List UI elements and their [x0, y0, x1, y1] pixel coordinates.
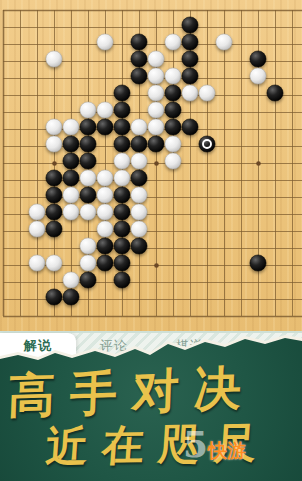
black-stone — [97, 255, 113, 271]
black-stone — [165, 102, 181, 118]
white-stone — [29, 221, 45, 237]
white-stone — [131, 119, 147, 135]
white-stone — [250, 68, 266, 84]
black-stone — [46, 221, 62, 237]
white-stone — [131, 153, 147, 169]
black-stone — [131, 51, 147, 67]
black-stone — [114, 119, 130, 135]
white-stone — [165, 153, 181, 169]
white-stone — [182, 85, 198, 101]
white-stone — [165, 34, 181, 50]
white-stone — [29, 204, 45, 220]
go-board-svg — [0, 0, 302, 331]
black-stone — [114, 272, 130, 288]
black-stone — [131, 136, 147, 152]
black-stone — [131, 68, 147, 84]
white-stone — [131, 221, 147, 237]
white-stone — [148, 119, 164, 135]
white-stone — [216, 34, 232, 50]
white-stone — [63, 119, 79, 135]
black-stone — [267, 85, 283, 101]
black-stone — [182, 17, 198, 33]
white-stone — [148, 102, 164, 118]
white-stone — [80, 255, 96, 271]
white-stone — [114, 170, 130, 186]
white-stone — [114, 153, 130, 169]
white-stone — [29, 255, 45, 271]
black-stone — [114, 102, 130, 118]
white-stone — [148, 68, 164, 84]
black-stone — [114, 187, 130, 203]
black-stone — [114, 85, 130, 101]
black-stone — [63, 136, 79, 152]
watermark-number: 5 — [183, 423, 208, 465]
white-stone — [97, 102, 113, 118]
white-stone — [131, 204, 147, 220]
go-board[interactable] — [0, 0, 302, 332]
white-stone — [199, 85, 215, 101]
white-stone — [148, 51, 164, 67]
black-stone — [114, 238, 130, 254]
black-stone — [199, 136, 215, 152]
black-stone — [250, 255, 266, 271]
white-stone — [148, 85, 164, 101]
black-stone — [46, 204, 62, 220]
white-stone — [80, 204, 96, 220]
watermark-logo: 快游 — [208, 440, 246, 461]
white-stone — [97, 221, 113, 237]
black-stone — [63, 170, 79, 186]
black-stone — [80, 153, 96, 169]
black-stone — [148, 136, 164, 152]
black-stone — [131, 34, 147, 50]
white-stone — [63, 204, 79, 220]
white-stone — [46, 119, 62, 135]
white-stone — [80, 238, 96, 254]
black-stone — [80, 187, 96, 203]
black-stone — [182, 119, 198, 135]
app-screen: 解说 评论 棋谱 高手对决 近在咫尺 5快游 — [0, 0, 302, 481]
black-stone — [182, 51, 198, 67]
black-stone — [80, 272, 96, 288]
black-stone — [97, 119, 113, 135]
white-stone — [46, 51, 62, 67]
black-stone — [80, 136, 96, 152]
watermark: 5快游 — [183, 423, 246, 465]
white-stone — [63, 187, 79, 203]
black-stone — [46, 187, 62, 203]
black-stone — [114, 136, 130, 152]
white-stone — [80, 170, 96, 186]
black-stone — [182, 34, 198, 50]
white-stone — [97, 34, 113, 50]
white-stone — [165, 68, 181, 84]
black-stone — [80, 119, 96, 135]
white-stone — [131, 187, 147, 203]
black-stone — [63, 289, 79, 305]
white-stone — [165, 136, 181, 152]
black-stone — [182, 68, 198, 84]
black-stone — [131, 170, 147, 186]
white-stone — [97, 204, 113, 220]
black-stone — [63, 153, 79, 169]
black-stone — [114, 255, 130, 271]
white-stone — [80, 102, 96, 118]
white-stone — [97, 170, 113, 186]
black-stone — [165, 119, 181, 135]
black-stone — [97, 238, 113, 254]
black-stone — [114, 221, 130, 237]
white-stone — [46, 255, 62, 271]
white-stone — [97, 187, 113, 203]
black-stone — [46, 170, 62, 186]
white-stone — [46, 136, 62, 152]
black-stone — [250, 51, 266, 67]
black-stone — [165, 85, 181, 101]
black-stone — [114, 204, 130, 220]
black-stone — [46, 289, 62, 305]
black-stone — [131, 238, 147, 254]
white-stone — [63, 272, 79, 288]
